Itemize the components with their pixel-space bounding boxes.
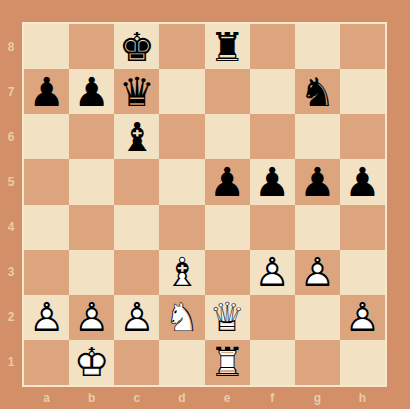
piece-white-pawn[interactable]: ♟♙ xyxy=(295,250,340,295)
board: ♚♜♟♟♛♞♝♟♟♟♟♝♗♟♙♟♙♟♙♟♙♟♙♞♘♛♕♟♙♚♔♜♖ xyxy=(24,24,385,385)
piece-glyph: ♟ xyxy=(205,159,250,204)
square-b5[interactable] xyxy=(69,159,114,204)
square-c8[interactable]: ♚ xyxy=(114,24,159,69)
piece-outline: ♘ xyxy=(159,295,204,340)
square-e8[interactable]: ♜ xyxy=(205,24,250,69)
square-c4[interactable] xyxy=(114,205,159,250)
piece-black-knight[interactable]: ♞ xyxy=(295,69,340,114)
piece-outline: ♙ xyxy=(250,250,295,295)
piece-glyph: ♞ xyxy=(295,69,340,114)
square-h1[interactable] xyxy=(340,340,385,385)
square-f1[interactable] xyxy=(250,340,295,385)
rank-label-1: 1 xyxy=(0,340,22,385)
piece-black-pawn[interactable]: ♟ xyxy=(205,159,250,204)
square-g5[interactable]: ♟ xyxy=(295,159,340,204)
piece-black-bishop[interactable]: ♝ xyxy=(114,114,159,159)
rank-label-7: 7 xyxy=(0,69,22,114)
square-f4[interactable] xyxy=(250,205,295,250)
piece-glyph: ♟ xyxy=(69,69,114,114)
file-label-f: f xyxy=(250,387,295,409)
square-f3[interactable]: ♟♙ xyxy=(250,250,295,295)
square-d2[interactable]: ♞♘ xyxy=(159,295,204,340)
square-g6[interactable] xyxy=(295,114,340,159)
piece-glyph: ♜ xyxy=(205,24,250,69)
chess-diagram: 87654321 ♚♜♟♟♛♞♝♟♟♟♟♝♗♟♙♟♙♟♙♟♙♟♙♞♘♛♕♟♙♚♔… xyxy=(0,0,410,409)
rank-label-3: 3 xyxy=(0,250,22,295)
piece-outline: ♔ xyxy=(69,340,114,385)
piece-glyph: ♛ xyxy=(114,69,159,114)
rank-label-8: 8 xyxy=(0,24,22,69)
square-b8[interactable] xyxy=(69,24,114,69)
square-e5[interactable]: ♟ xyxy=(205,159,250,204)
piece-white-bishop[interactable]: ♝♗ xyxy=(159,250,204,295)
square-c1[interactable] xyxy=(114,340,159,385)
square-h3[interactable] xyxy=(340,250,385,295)
file-label-d: d xyxy=(159,387,204,409)
square-d5[interactable] xyxy=(159,159,204,204)
square-f2[interactable] xyxy=(250,295,295,340)
piece-outline: ♙ xyxy=(114,295,159,340)
square-c2[interactable]: ♟♙ xyxy=(114,295,159,340)
square-a4[interactable] xyxy=(24,205,69,250)
square-g8[interactable] xyxy=(295,24,340,69)
piece-outline: ♙ xyxy=(340,295,385,340)
square-f5[interactable]: ♟ xyxy=(250,159,295,204)
square-b6[interactable] xyxy=(69,114,114,159)
square-a3[interactable] xyxy=(24,250,69,295)
square-a5[interactable] xyxy=(24,159,69,204)
piece-black-pawn[interactable]: ♟ xyxy=(340,159,385,204)
square-e6[interactable] xyxy=(205,114,250,159)
rank-labels: 87654321 xyxy=(0,24,22,385)
square-e7[interactable] xyxy=(205,69,250,114)
piece-outline: ♙ xyxy=(24,295,69,340)
square-g3[interactable]: ♟♙ xyxy=(295,250,340,295)
square-a6[interactable] xyxy=(24,114,69,159)
rank-label-6: 6 xyxy=(0,114,22,159)
square-d4[interactable] xyxy=(159,205,204,250)
file-label-a: a xyxy=(24,387,69,409)
file-label-h: h xyxy=(340,387,385,409)
square-a2[interactable]: ♟♙ xyxy=(24,295,69,340)
square-b4[interactable] xyxy=(69,205,114,250)
file-label-e: e xyxy=(205,387,250,409)
piece-outline: ♗ xyxy=(159,250,204,295)
square-d7[interactable] xyxy=(159,69,204,114)
square-g2[interactable] xyxy=(295,295,340,340)
square-f8[interactable] xyxy=(250,24,295,69)
square-e3[interactable] xyxy=(205,250,250,295)
square-h6[interactable] xyxy=(340,114,385,159)
square-g4[interactable] xyxy=(295,205,340,250)
rank-label-4: 4 xyxy=(0,205,22,250)
piece-glyph: ♟ xyxy=(340,159,385,204)
piece-white-pawn[interactable]: ♟♙ xyxy=(24,295,69,340)
square-d3[interactable]: ♝♗ xyxy=(159,250,204,295)
square-c6[interactable]: ♝ xyxy=(114,114,159,159)
piece-black-rook[interactable]: ♜ xyxy=(205,24,250,69)
piece-outline: ♙ xyxy=(295,250,340,295)
square-d6[interactable] xyxy=(159,114,204,159)
piece-glyph: ♟ xyxy=(250,159,295,204)
square-a7[interactable]: ♟ xyxy=(24,69,69,114)
piece-black-pawn[interactable]: ♟ xyxy=(24,69,69,114)
square-c7[interactable]: ♛ xyxy=(114,69,159,114)
square-h2[interactable]: ♟♙ xyxy=(340,295,385,340)
rank-label-5: 5 xyxy=(0,159,22,204)
square-h4[interactable] xyxy=(340,205,385,250)
square-b1[interactable]: ♚♔ xyxy=(69,340,114,385)
piece-black-king[interactable]: ♚ xyxy=(114,24,159,69)
piece-black-pawn[interactable]: ♟ xyxy=(295,159,340,204)
piece-white-king[interactable]: ♚♔ xyxy=(69,340,114,385)
square-h7[interactable] xyxy=(340,69,385,114)
board-frame: ♚♜♟♟♛♞♝♟♟♟♟♝♗♟♙♟♙♟♙♟♙♟♙♞♘♛♕♟♙♚♔♜♖ xyxy=(22,22,387,387)
square-g7[interactable]: ♞ xyxy=(295,69,340,114)
square-b3[interactable] xyxy=(69,250,114,295)
file-label-b: b xyxy=(69,387,114,409)
piece-glyph: ♟ xyxy=(24,69,69,114)
piece-glyph: ♝ xyxy=(114,114,159,159)
square-d1[interactable] xyxy=(159,340,204,385)
file-label-c: c xyxy=(114,387,159,409)
piece-outline: ♖ xyxy=(205,340,250,385)
piece-white-pawn[interactable]: ♟♙ xyxy=(250,250,295,295)
square-c5[interactable] xyxy=(114,159,159,204)
piece-glyph: ♚ xyxy=(114,24,159,69)
file-labels: abcdefgh xyxy=(24,387,385,409)
piece-white-queen[interactable]: ♛♕ xyxy=(205,295,250,340)
square-e2[interactable]: ♛♕ xyxy=(205,295,250,340)
square-h8[interactable] xyxy=(340,24,385,69)
file-label-g: g xyxy=(295,387,340,409)
square-g1[interactable] xyxy=(295,340,340,385)
piece-black-pawn[interactable]: ♟ xyxy=(69,69,114,114)
piece-outline: ♕ xyxy=(205,295,250,340)
square-b2[interactable]: ♟♙ xyxy=(69,295,114,340)
piece-white-pawn[interactable]: ♟♙ xyxy=(114,295,159,340)
square-f6[interactable] xyxy=(250,114,295,159)
piece-white-rook[interactable]: ♜♖ xyxy=(205,340,250,385)
square-e1[interactable]: ♜♖ xyxy=(205,340,250,385)
square-f7[interactable] xyxy=(250,69,295,114)
piece-glyph: ♟ xyxy=(295,159,340,204)
square-d8[interactable] xyxy=(159,24,204,69)
piece-black-queen[interactable]: ♛ xyxy=(114,69,159,114)
piece-black-pawn[interactable]: ♟ xyxy=(250,159,295,204)
square-c3[interactable] xyxy=(114,250,159,295)
rank-label-2: 2 xyxy=(0,295,22,340)
square-e4[interactable] xyxy=(205,205,250,250)
square-a8[interactable] xyxy=(24,24,69,69)
square-b7[interactable]: ♟ xyxy=(69,69,114,114)
piece-white-knight[interactable]: ♞♘ xyxy=(159,295,204,340)
piece-white-pawn[interactable]: ♟♙ xyxy=(340,295,385,340)
piece-white-pawn[interactable]: ♟♙ xyxy=(69,295,114,340)
square-h5[interactable]: ♟ xyxy=(340,159,385,204)
square-a1[interactable] xyxy=(24,340,69,385)
piece-outline: ♙ xyxy=(69,295,114,340)
